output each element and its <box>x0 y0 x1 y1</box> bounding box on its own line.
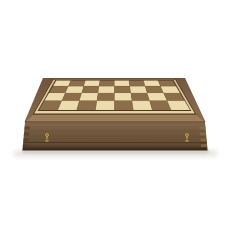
finger-joint <box>200 133 206 136</box>
board-square <box>144 81 161 87</box>
product-photo-stage <box>0 0 228 228</box>
board-square <box>96 101 115 110</box>
board-square <box>129 81 145 87</box>
board-square <box>65 86 83 93</box>
board-square <box>53 81 71 87</box>
box-shadow <box>14 150 217 157</box>
board-square <box>77 101 97 110</box>
board-square <box>62 93 82 101</box>
board-square <box>79 93 98 101</box>
board-square <box>145 86 163 93</box>
board-square <box>82 86 99 93</box>
finger-joint <box>23 139 28 142</box>
board-square <box>68 81 85 87</box>
board-square <box>114 93 132 101</box>
board-square <box>130 86 147 93</box>
finger-joint <box>201 144 208 147</box>
board-square <box>99 81 114 87</box>
board-square <box>132 101 152 110</box>
board-square <box>84 81 100 87</box>
finger-joint <box>23 144 29 147</box>
finger-joint <box>24 127 30 130</box>
board-square <box>114 86 130 93</box>
box-top <box>25 78 206 122</box>
board-square <box>158 81 176 87</box>
board-square <box>131 93 150 101</box>
chess-case-photo <box>0 0 228 228</box>
top-frame-back-shading <box>43 78 185 79</box>
front-panel <box>22 122 207 151</box>
finger-joint <box>24 133 30 136</box>
board-square <box>114 101 133 110</box>
board-field <box>39 81 190 110</box>
finger-joint <box>199 127 206 130</box>
box-front <box>22 122 207 151</box>
board-square <box>114 81 129 87</box>
board-square <box>97 93 115 101</box>
board-square <box>98 86 114 93</box>
finger-joint <box>200 139 207 142</box>
